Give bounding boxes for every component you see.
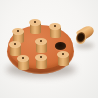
peg-cover-ring-1:30[interactable] <box>49 23 61 42</box>
peg-cover-ring-12:00[interactable] <box>29 19 41 38</box>
peg-cover-ring-6:00[interactable] <box>35 54 47 73</box>
peg-cover-ring-7:30[interactable] <box>17 55 29 74</box>
open-compartment-hole[interactable] <box>55 42 66 50</box>
puzzle-scene <box>0 0 98 98</box>
removed-peg[interactable] <box>73 25 98 48</box>
peg-cover-ring-4:30[interactable] <box>57 51 69 70</box>
